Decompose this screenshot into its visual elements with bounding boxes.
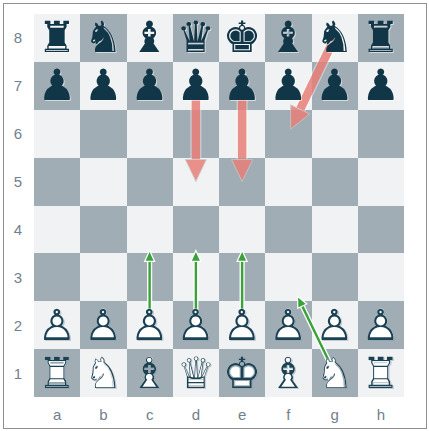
square-f8[interactable]: ♝ bbox=[265, 14, 311, 62]
rank-label-6: 6 bbox=[6, 110, 30, 158]
piece-glyph-outline: ♖ bbox=[358, 349, 404, 397]
file-label-f: f bbox=[265, 399, 311, 429]
square-b5[interactable] bbox=[80, 158, 126, 206]
white-pawn[interactable]: ♟♙ bbox=[358, 301, 404, 349]
square-c1[interactable]: ♝♗ bbox=[127, 349, 173, 397]
square-e3[interactable] bbox=[219, 253, 265, 301]
square-h4[interactable] bbox=[358, 206, 404, 254]
black-pawn[interactable]: ♟ bbox=[127, 62, 173, 110]
square-d8[interactable]: ♛ bbox=[173, 14, 219, 62]
square-d7[interactable]: ♟ bbox=[173, 62, 219, 110]
piece-glyph: ♟ bbox=[127, 62, 173, 110]
square-c4[interactable] bbox=[127, 206, 173, 254]
piece-glyph: ♛ bbox=[173, 14, 219, 62]
file-label-h: h bbox=[358, 399, 404, 429]
square-e1[interactable]: ♚♔ bbox=[219, 349, 265, 397]
square-f1[interactable]: ♝♗ bbox=[265, 349, 311, 397]
piece-glyph: ♟ bbox=[358, 62, 404, 110]
square-g6[interactable] bbox=[312, 110, 358, 158]
square-h2[interactable]: ♟♙ bbox=[358, 301, 404, 349]
piece-glyph-outline: ♘ bbox=[312, 349, 358, 397]
white-rook[interactable]: ♜♖ bbox=[34, 349, 80, 397]
square-f3[interactable] bbox=[265, 253, 311, 301]
square-b6[interactable] bbox=[80, 110, 126, 158]
black-pawn[interactable]: ♟ bbox=[219, 62, 265, 110]
square-e7[interactable]: ♟ bbox=[219, 62, 265, 110]
piece-glyph-outline: ♙ bbox=[80, 301, 126, 349]
chess-board[interactable]: ♜♞♝♛♚♝♞♜♟♟♟♟♟♟♟♟♟♙♟♙♟♙♟♙♟♙♟♙♟♙♟♙♜♖♞♘♝♗♛♕… bbox=[34, 14, 404, 397]
rank-label-3: 3 bbox=[6, 253, 30, 301]
piece-glyph-outline: ♙ bbox=[219, 301, 265, 349]
square-a1[interactable]: ♜♖ bbox=[34, 349, 80, 397]
white-pawn[interactable]: ♟♙ bbox=[173, 301, 219, 349]
square-a4[interactable] bbox=[34, 206, 80, 254]
file-label-c: c bbox=[127, 399, 173, 429]
square-b8[interactable]: ♞ bbox=[80, 14, 126, 62]
square-a5[interactable] bbox=[34, 158, 80, 206]
black-knight[interactable]: ♞ bbox=[80, 14, 126, 62]
piece-glyph-outline: ♘ bbox=[80, 349, 126, 397]
square-b1[interactable]: ♞♘ bbox=[80, 349, 126, 397]
piece-glyph-outline: ♙ bbox=[173, 301, 219, 349]
black-bishop[interactable]: ♝ bbox=[127, 14, 173, 62]
square-c3[interactable] bbox=[127, 253, 173, 301]
piece-glyph: ♟ bbox=[80, 62, 126, 110]
black-pawn[interactable]: ♟ bbox=[173, 62, 219, 110]
square-h5[interactable] bbox=[358, 158, 404, 206]
white-pawn[interactable]: ♟♙ bbox=[80, 301, 126, 349]
square-g2[interactable]: ♟♙ bbox=[312, 301, 358, 349]
square-a3[interactable] bbox=[34, 253, 80, 301]
white-knight[interactable]: ♞♘ bbox=[312, 349, 358, 397]
square-e2[interactable]: ♟♙ bbox=[219, 301, 265, 349]
piece-glyph: ♚ bbox=[219, 14, 265, 62]
square-d4[interactable] bbox=[173, 206, 219, 254]
file-label-g: g bbox=[312, 399, 358, 429]
square-a8[interactable]: ♜ bbox=[34, 14, 80, 62]
square-a7[interactable]: ♟ bbox=[34, 62, 80, 110]
piece-glyph: ♟ bbox=[219, 62, 265, 110]
file-label-a: a bbox=[34, 399, 80, 429]
square-g3[interactable] bbox=[312, 253, 358, 301]
rank-label-4: 4 bbox=[6, 206, 30, 254]
piece-glyph-outline: ♙ bbox=[127, 301, 173, 349]
piece-glyph: ♟ bbox=[173, 62, 219, 110]
white-pawn[interactable]: ♟♙ bbox=[265, 301, 311, 349]
piece-glyph-outline: ♙ bbox=[312, 301, 358, 349]
square-h3[interactable] bbox=[358, 253, 404, 301]
square-f5[interactable] bbox=[265, 158, 311, 206]
square-f7[interactable]: ♟ bbox=[265, 62, 311, 110]
file-label-d: d bbox=[173, 399, 219, 429]
square-f2[interactable]: ♟♙ bbox=[265, 301, 311, 349]
white-pawn[interactable]: ♟♙ bbox=[312, 301, 358, 349]
black-pawn[interactable]: ♟ bbox=[265, 62, 311, 110]
square-h8[interactable]: ♜ bbox=[358, 14, 404, 62]
square-d6[interactable] bbox=[173, 110, 219, 158]
piece-glyph-outline: ♙ bbox=[358, 301, 404, 349]
piece-glyph: ♜ bbox=[358, 14, 404, 62]
piece-glyph-outline: ♗ bbox=[265, 349, 311, 397]
rank-label-2: 2 bbox=[6, 301, 30, 349]
square-e4[interactable] bbox=[219, 206, 265, 254]
square-f4[interactable] bbox=[265, 206, 311, 254]
piece-glyph: ♟ bbox=[34, 62, 80, 110]
square-c8[interactable]: ♝ bbox=[127, 14, 173, 62]
piece-glyph-outline: ♕ bbox=[173, 349, 219, 397]
white-king[interactable]: ♚♔ bbox=[219, 349, 265, 397]
square-g4[interactable] bbox=[312, 206, 358, 254]
piece-glyph: ♝ bbox=[265, 14, 311, 62]
black-rook[interactable]: ♜ bbox=[34, 14, 80, 62]
square-b7[interactable]: ♟ bbox=[80, 62, 126, 110]
black-pawn[interactable]: ♟ bbox=[312, 62, 358, 110]
rank-label-7: 7 bbox=[6, 62, 30, 110]
square-f6[interactable] bbox=[265, 110, 311, 158]
piece-glyph-outline: ♙ bbox=[265, 301, 311, 349]
rank-label-1: 1 bbox=[6, 349, 30, 397]
piece-glyph-outline: ♖ bbox=[34, 349, 80, 397]
white-knight[interactable]: ♞♘ bbox=[80, 349, 126, 397]
black-pawn[interactable]: ♟ bbox=[34, 62, 80, 110]
piece-glyph: ♝ bbox=[127, 14, 173, 62]
square-a2[interactable]: ♟♙ bbox=[34, 301, 80, 349]
square-e5[interactable] bbox=[219, 158, 265, 206]
square-d1[interactable]: ♛♕ bbox=[173, 349, 219, 397]
square-e8[interactable]: ♚ bbox=[219, 14, 265, 62]
square-d5[interactable] bbox=[173, 158, 219, 206]
square-h1[interactable]: ♜♖ bbox=[358, 349, 404, 397]
file-label-e: e bbox=[219, 399, 265, 429]
piece-glyph-outline: ♔ bbox=[219, 349, 265, 397]
white-bishop[interactable]: ♝♗ bbox=[265, 349, 311, 397]
rank-label-5: 5 bbox=[6, 158, 30, 206]
rank-label-8: 8 bbox=[6, 14, 30, 62]
white-queen[interactable]: ♛♕ bbox=[173, 349, 219, 397]
square-c5[interactable] bbox=[127, 158, 173, 206]
white-bishop[interactable]: ♝♗ bbox=[127, 349, 173, 397]
square-b2[interactable]: ♟♙ bbox=[80, 301, 126, 349]
square-c7[interactable]: ♟ bbox=[127, 62, 173, 110]
black-pawn[interactable]: ♟ bbox=[358, 62, 404, 110]
file-label-b: b bbox=[80, 399, 126, 429]
square-d3[interactable] bbox=[173, 253, 219, 301]
black-knight[interactable]: ♞ bbox=[312, 14, 358, 62]
white-pawn[interactable]: ♟♙ bbox=[34, 301, 80, 349]
black-pawn[interactable]: ♟ bbox=[80, 62, 126, 110]
piece-glyph-outline: ♗ bbox=[127, 349, 173, 397]
piece-glyph-outline: ♙ bbox=[34, 301, 80, 349]
square-c2[interactable]: ♟♙ bbox=[127, 301, 173, 349]
piece-glyph: ♟ bbox=[265, 62, 311, 110]
black-queen[interactable]: ♛ bbox=[173, 14, 219, 62]
chess-diagram-page: ♜♞♝♛♚♝♞♜♟♟♟♟♟♟♟♟♟♙♟♙♟♙♟♙♟♙♟♙♟♙♟♙♜♖♞♘♝♗♛♕… bbox=[0, 0, 429, 431]
square-a6[interactable] bbox=[34, 110, 80, 158]
square-b4[interactable] bbox=[80, 206, 126, 254]
black-king[interactable]: ♚ bbox=[219, 14, 265, 62]
square-e6[interactable] bbox=[219, 110, 265, 158]
white-pawn[interactable]: ♟♙ bbox=[219, 301, 265, 349]
square-g8[interactable]: ♞ bbox=[312, 14, 358, 62]
black-bishop[interactable]: ♝ bbox=[265, 14, 311, 62]
square-d2[interactable]: ♟♙ bbox=[173, 301, 219, 349]
white-pawn[interactable]: ♟♙ bbox=[127, 301, 173, 349]
piece-glyph: ♜ bbox=[34, 14, 80, 62]
square-h6[interactable] bbox=[358, 110, 404, 158]
square-c6[interactable] bbox=[127, 110, 173, 158]
black-rook[interactable]: ♜ bbox=[358, 14, 404, 62]
piece-glyph: ♞ bbox=[312, 14, 358, 62]
square-g5[interactable] bbox=[312, 158, 358, 206]
square-h7[interactable]: ♟ bbox=[358, 62, 404, 110]
square-g1[interactable]: ♞♘ bbox=[312, 349, 358, 397]
white-rook[interactable]: ♜♖ bbox=[358, 349, 404, 397]
square-b3[interactable] bbox=[80, 253, 126, 301]
square-g7[interactable]: ♟ bbox=[312, 62, 358, 110]
piece-glyph: ♞ bbox=[80, 14, 126, 62]
piece-glyph: ♟ bbox=[312, 62, 358, 110]
